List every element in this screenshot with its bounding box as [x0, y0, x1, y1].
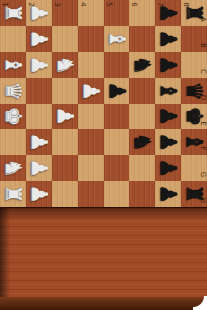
- square-d7[interactable]: ♝: [155, 78, 181, 104]
- square-a8[interactable]: ♜: [181, 0, 207, 26]
- square-f7[interactable]: ♟: [155, 129, 181, 155]
- piece-white-king: ♚: [2, 107, 24, 127]
- square-e3[interactable]: ♟: [52, 104, 78, 130]
- square-e2[interactable]: [26, 104, 52, 130]
- piece-white-pawn: ♟: [28, 29, 50, 49]
- square-c5[interactable]: [104, 52, 130, 78]
- piece-white-queen: ♛: [2, 81, 24, 101]
- piece-black-king: ♚: [183, 107, 205, 127]
- square-a2[interactable]: ♟: [26, 0, 52, 26]
- piece-white-pawn: ♟: [54, 107, 76, 127]
- square-d4[interactable]: ♟: [78, 78, 104, 104]
- square-b8[interactable]: [181, 26, 207, 52]
- piece-black-knight: ♞: [131, 132, 153, 152]
- square-h3[interactable]: [52, 181, 78, 207]
- square-g1[interactable]: ♞: [0, 155, 26, 181]
- square-h7[interactable]: ♟: [155, 181, 181, 207]
- square-c4[interactable]: [78, 52, 104, 78]
- square-b4[interactable]: [78, 26, 104, 52]
- piece-white-bishop: ♝: [2, 55, 24, 75]
- square-c2[interactable]: ♟: [26, 52, 52, 78]
- piece-white-pawn: ♟: [28, 55, 50, 75]
- square-b5[interactable]: ♝: [104, 26, 130, 52]
- panel-left-shadow: [0, 208, 10, 310]
- square-e4[interactable]: [78, 104, 104, 130]
- square-e5[interactable]: [104, 104, 130, 130]
- piece-black-rook: ♜: [183, 184, 205, 204]
- square-h4[interactable]: [78, 181, 104, 207]
- square-b2[interactable]: ♟: [26, 26, 52, 52]
- square-h8[interactable]: ♜: [181, 181, 207, 207]
- square-c8[interactable]: [181, 52, 207, 78]
- square-c1[interactable]: ♝: [0, 52, 26, 78]
- piece-white-rook: ♜: [2, 184, 24, 204]
- square-c6[interactable]: ♞: [129, 52, 155, 78]
- piece-white-pawn: ♟: [28, 132, 50, 152]
- chess-board: ♜♟♟♜♟♝♟♝♟♞♞♟♛♟♟♝♛♚♟♟♚♟♞♟♝♞♟♟♜♟♟♜: [0, 0, 207, 207]
- square-g2[interactable]: ♟: [26, 155, 52, 181]
- square-f6[interactable]: ♞: [129, 129, 155, 155]
- square-a6[interactable]: [129, 0, 155, 26]
- piece-white-bishop: ♝: [105, 29, 127, 49]
- square-d6[interactable]: [129, 78, 155, 104]
- square-a4[interactable]: [78, 0, 104, 26]
- piece-black-pawn: ♟: [157, 107, 179, 127]
- square-a5[interactable]: [104, 0, 130, 26]
- square-a1[interactable]: ♜: [0, 0, 26, 26]
- piece-white-pawn: ♟: [28, 184, 50, 204]
- clock-panel: 00:26 White 00:08 AI: [0, 207, 207, 310]
- piece-black-rook: ♜: [183, 3, 205, 23]
- square-e6[interactable]: [129, 104, 155, 130]
- square-h6[interactable]: [129, 181, 155, 207]
- square-d2[interactable]: [26, 78, 52, 104]
- piece-black-pawn: ♟: [157, 29, 179, 49]
- piece-black-pawn: ♟: [157, 55, 179, 75]
- square-f8[interactable]: ♝: [181, 129, 207, 155]
- piece-black-pawn: ♟: [157, 184, 179, 204]
- bottom-edge-shadow: [0, 297, 207, 310]
- piece-black-pawn: ♟: [105, 81, 127, 101]
- square-f2[interactable]: ♟: [26, 129, 52, 155]
- square-a3[interactable]: [52, 0, 78, 26]
- square-h5[interactable]: [104, 181, 130, 207]
- square-f1[interactable]: [0, 129, 26, 155]
- piece-black-pawn: ♟: [157, 158, 179, 178]
- piece-white-pawn: ♟: [28, 3, 50, 23]
- square-d1[interactable]: ♛: [0, 78, 26, 104]
- piece-white-knight: ♞: [54, 55, 76, 75]
- square-h2[interactable]: ♟: [26, 181, 52, 207]
- square-g5[interactable]: [104, 155, 130, 181]
- square-g4[interactable]: [78, 155, 104, 181]
- square-b1[interactable]: [0, 26, 26, 52]
- square-d8[interactable]: ♛: [181, 78, 207, 104]
- piece-black-pawn: ♟: [157, 132, 179, 152]
- square-e1[interactable]: ♚: [0, 104, 26, 130]
- piece-black-queen: ♛: [183, 81, 205, 101]
- square-b7[interactable]: ♟: [155, 26, 181, 52]
- square-a7[interactable]: ♟: [155, 0, 181, 26]
- panel-top-shadow: [0, 208, 207, 220]
- square-g8[interactable]: [181, 155, 207, 181]
- piece-black-knight: ♞: [131, 55, 153, 75]
- piece-black-bishop: ♝: [157, 81, 179, 101]
- square-d5[interactable]: ♟: [104, 78, 130, 104]
- square-e7[interactable]: ♟: [155, 104, 181, 130]
- square-e8[interactable]: ♚: [181, 104, 207, 130]
- piece-white-pawn: ♟: [28, 158, 50, 178]
- square-f3[interactable]: [52, 129, 78, 155]
- square-f5[interactable]: [104, 129, 130, 155]
- app-screen: ♜♟♟♜♟♝♟♝♟♞♞♟♛♟♟♝♛♚♟♟♚♟♞♟♝♞♟♟♜♟♟♜ 1234567…: [0, 0, 207, 310]
- square-g7[interactable]: ♟: [155, 155, 181, 181]
- piece-black-pawn: ♟: [157, 3, 179, 23]
- piece-black-bishop: ♝: [183, 132, 205, 152]
- square-b3[interactable]: [52, 26, 78, 52]
- square-c7[interactable]: ♟: [155, 52, 181, 78]
- square-b6[interactable]: [129, 26, 155, 52]
- square-c3[interactable]: ♞: [52, 52, 78, 78]
- piece-white-rook: ♜: [2, 3, 24, 23]
- piece-white-pawn: ♟: [80, 81, 102, 101]
- square-f4[interactable]: [78, 129, 104, 155]
- piece-white-knight: ♞: [2, 158, 24, 178]
- square-h1[interactable]: ♜: [0, 181, 26, 207]
- square-d3[interactable]: [52, 78, 78, 104]
- square-g3[interactable]: [52, 155, 78, 181]
- rounded-corner-mask: [193, 296, 207, 310]
- square-g6[interactable]: [129, 155, 155, 181]
